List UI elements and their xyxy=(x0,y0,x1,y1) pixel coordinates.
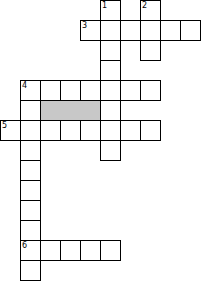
cell-r1c6[interactable] xyxy=(120,20,141,41)
cell-r6c7[interactable] xyxy=(140,120,161,141)
crossword-puzzle: 123456 xyxy=(0,0,201,281)
cell-r5c1[interactable] xyxy=(20,100,41,121)
cell-r12c4[interactable] xyxy=(80,240,101,261)
cell-r4c7[interactable] xyxy=(140,80,161,101)
cell-r12c5[interactable] xyxy=(100,240,121,261)
cell-r1c4[interactable]: 3 xyxy=(80,20,101,41)
cell-r4c5[interactable] xyxy=(100,80,121,101)
clue-number: 2 xyxy=(142,1,147,10)
cell-r11c1[interactable] xyxy=(20,220,41,241)
clue-number: 5 xyxy=(2,121,7,130)
cell-r13c1[interactable] xyxy=(20,260,41,281)
cell-r3c5[interactable] xyxy=(100,60,121,81)
cell-r9c1[interactable] xyxy=(20,180,41,201)
shaded-block xyxy=(40,100,101,121)
cell-r6c0[interactable]: 5 xyxy=(0,120,21,141)
clue-number: 4 xyxy=(22,81,27,90)
cell-r2c7[interactable] xyxy=(140,40,161,61)
cell-r1c5[interactable] xyxy=(100,20,121,41)
cell-r5c5[interactable] xyxy=(100,100,121,121)
cell-r4c6[interactable] xyxy=(120,80,141,101)
cell-r0c7[interactable]: 2 xyxy=(140,0,161,21)
cell-r8c1[interactable] xyxy=(20,160,41,181)
cell-r6c6[interactable] xyxy=(120,120,141,141)
cell-r12c2[interactable] xyxy=(40,240,61,261)
cell-r12c3[interactable] xyxy=(60,240,81,261)
cell-r7c1[interactable] xyxy=(20,140,41,161)
cell-r6c3[interactable] xyxy=(60,120,81,141)
cell-r10c1[interactable] xyxy=(20,200,41,221)
cell-r1c9[interactable] xyxy=(180,20,201,41)
cell-r4c2[interactable] xyxy=(40,80,61,101)
cell-r6c2[interactable] xyxy=(40,120,61,141)
clue-number: 3 xyxy=(82,21,87,30)
cell-r6c5[interactable] xyxy=(100,120,121,141)
crossword-grid: 123456 xyxy=(0,0,201,281)
cell-r7c5[interactable] xyxy=(100,140,121,161)
cell-r4c4[interactable] xyxy=(80,80,101,101)
clue-number: 1 xyxy=(102,1,107,10)
cell-r6c4[interactable] xyxy=(80,120,101,141)
cell-r1c8[interactable] xyxy=(160,20,181,41)
cell-r12c1[interactable]: 6 xyxy=(20,240,41,261)
cell-r2c5[interactable] xyxy=(100,40,121,61)
cell-r4c3[interactable] xyxy=(60,80,81,101)
clue-number: 6 xyxy=(22,241,27,250)
cell-r6c1[interactable] xyxy=(20,120,41,141)
cell-r4c1[interactable]: 4 xyxy=(20,80,41,101)
cell-r1c7[interactable] xyxy=(140,20,161,41)
cell-r0c5[interactable]: 1 xyxy=(100,0,121,21)
